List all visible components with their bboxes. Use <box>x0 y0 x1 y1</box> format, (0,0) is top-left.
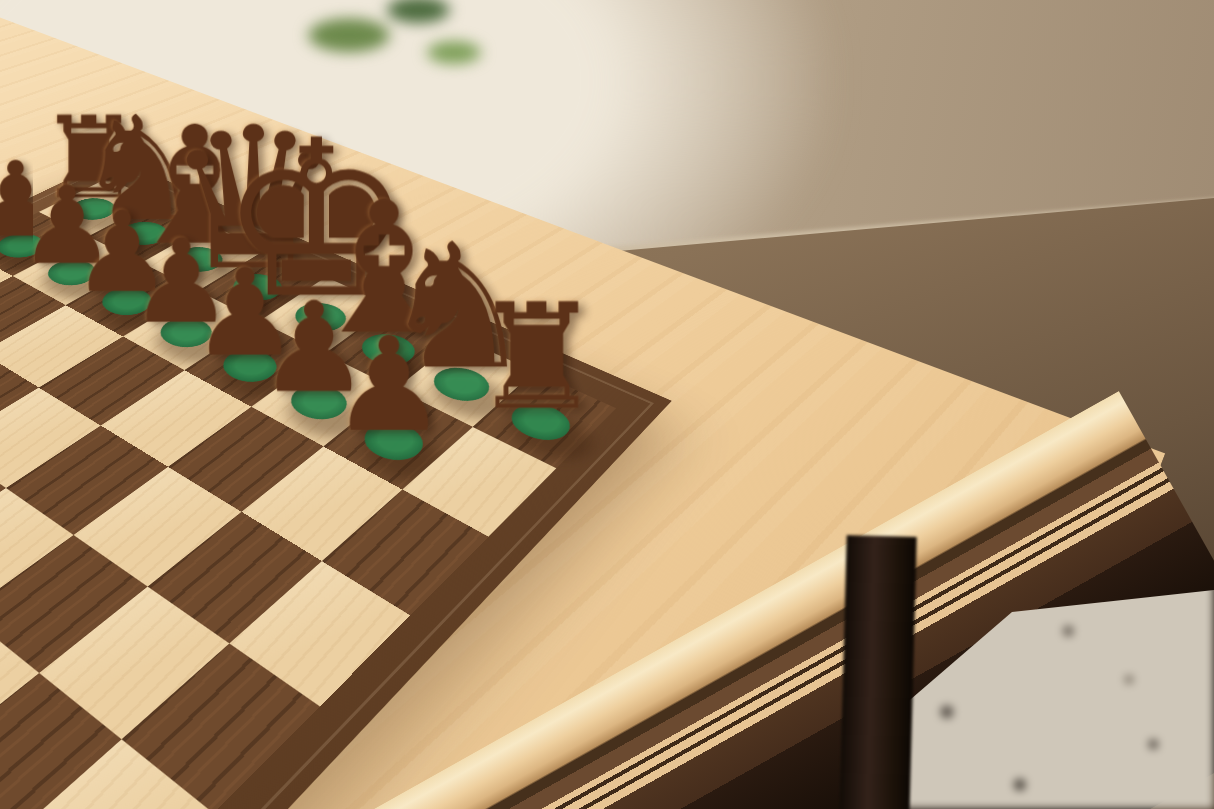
table-leg <box>839 535 916 809</box>
dark-rook-h8[interactable]: ♜ <box>471 291 602 426</box>
photo-stage: ♜♞♝♛♚♝♞♜♟♟♟♟♟♟♟ <box>0 0 1214 809</box>
square-h8[interactable]: ♜ <box>473 372 616 469</box>
dark-pawn-g7[interactable]: ♟ <box>331 325 448 445</box>
